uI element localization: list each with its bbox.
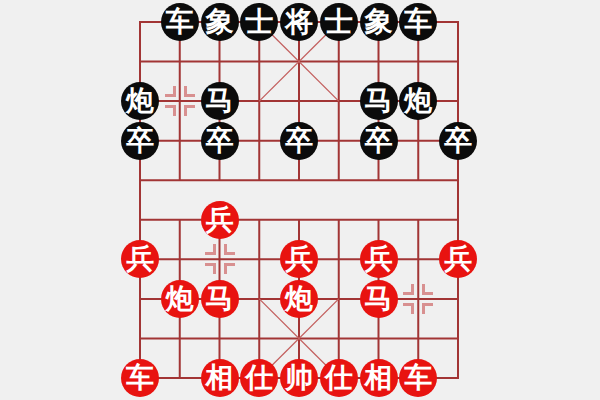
piece-black-elephant[interactable]: 象 — [360, 3, 398, 41]
marker-corner-tl — [205, 244, 216, 255]
marker-corner-br — [422, 303, 433, 314]
marker-corner-br — [224, 263, 235, 274]
piece-black-chariot[interactable]: 车 — [161, 3, 199, 41]
piece-red-chariot[interactable]: 车 — [399, 359, 437, 397]
marker-corner-bl — [165, 105, 176, 116]
board-grid: 车象士将士象车炮马马炮卒卒卒卒卒兵兵兵兵兵炮马炮马车相仕帅仕相车 — [120, 2, 478, 397]
piece-red-elephant[interactable]: 相 — [360, 359, 398, 397]
piece-black-cannon[interactable]: 炮 — [399, 82, 437, 120]
piece-red-soldier[interactable]: 兵 — [280, 240, 318, 278]
piece-black-soldier[interactable]: 卒 — [280, 122, 318, 160]
piece-black-horse[interactable]: 马 — [201, 82, 239, 120]
marker-corner-br — [184, 105, 195, 116]
piece-black-general[interactable]: 将 — [280, 3, 318, 41]
piece-red-elephant[interactable]: 相 — [201, 359, 239, 397]
piece-black-soldier[interactable]: 卒 — [201, 122, 239, 160]
piece-red-soldier[interactable]: 兵 — [439, 240, 477, 278]
piece-black-soldier[interactable]: 卒 — [439, 122, 477, 160]
marker-corner-tl — [165, 86, 176, 97]
piece-red-horse[interactable]: 马 — [360, 280, 398, 318]
marker-corner-tl — [403, 284, 414, 295]
last-move-marker — [205, 244, 235, 274]
marker-corner-tr — [224, 244, 235, 255]
piece-red-advisor[interactable]: 仕 — [240, 359, 278, 397]
piece-red-general[interactable]: 帅 — [280, 359, 318, 397]
piece-red-chariot[interactable]: 车 — [121, 359, 159, 397]
marker-corner-bl — [205, 263, 216, 274]
marker-corner-tr — [422, 284, 433, 295]
piece-red-soldier[interactable]: 兵 — [201, 201, 239, 239]
piece-black-horse[interactable]: 马 — [360, 82, 398, 120]
piece-red-soldier[interactable]: 兵 — [360, 240, 398, 278]
piece-red-advisor[interactable]: 仕 — [320, 359, 358, 397]
piece-red-soldier[interactable]: 兵 — [121, 240, 159, 278]
piece-black-elephant[interactable]: 象 — [201, 3, 239, 41]
piece-black-advisor[interactable]: 士 — [320, 3, 358, 41]
piece-black-chariot[interactable]: 车 — [399, 3, 437, 41]
last-move-marker — [165, 86, 195, 116]
last-move-marker — [403, 284, 433, 314]
piece-red-cannon[interactable]: 炮 — [280, 280, 318, 318]
piece-red-cannon[interactable]: 炮 — [161, 280, 199, 318]
marker-corner-bl — [403, 303, 414, 314]
marker-corner-tr — [184, 86, 195, 97]
piece-black-soldier[interactable]: 卒 — [360, 122, 398, 160]
xiangqi-board-screen: 车象士将士象车炮马马炮卒卒卒卒卒兵兵兵兵兵炮马炮马车相仕帅仕相车 — [0, 0, 600, 400]
piece-black-advisor[interactable]: 士 — [240, 3, 278, 41]
piece-black-soldier[interactable]: 卒 — [121, 122, 159, 160]
piece-red-horse[interactable]: 马 — [201, 280, 239, 318]
piece-black-cannon[interactable]: 炮 — [121, 82, 159, 120]
